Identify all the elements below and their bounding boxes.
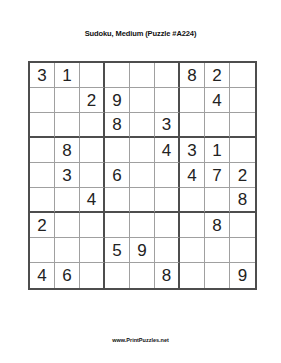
sudoku-cell-r6c4 [105, 188, 130, 213]
sudoku-cell-r3c9 [230, 113, 255, 138]
sudoku-cell-r5c4: 6 [105, 163, 130, 188]
sudoku-cell-r2c9 [230, 88, 255, 113]
sudoku-cell-r8c2 [55, 238, 80, 263]
sudoku-cell-r5c1 [30, 163, 55, 188]
sudoku-cell-r6c3: 4 [80, 188, 105, 213]
sudoku-cell-r1c5 [130, 63, 155, 88]
sudoku-cell-r8c4: 5 [105, 238, 130, 263]
sudoku-cell-r5c7: 4 [180, 163, 205, 188]
sudoku-cell-r2c8: 4 [205, 88, 230, 113]
sudoku-cell-r1c9 [230, 63, 255, 88]
sudoku-cell-r4c7: 3 [180, 138, 205, 163]
sudoku-cell-r9c7 [180, 263, 205, 288]
sudoku-cell-r9c8 [205, 263, 230, 288]
sudoku-cell-r3c4: 8 [105, 113, 130, 138]
sudoku-cell-r2c3: 2 [80, 88, 105, 113]
sudoku-cell-r6c9: 8 [230, 188, 255, 213]
sudoku-cell-r5c8: 7 [205, 163, 230, 188]
sudoku-cell-r4c6: 4 [155, 138, 180, 163]
sudoku-board: 3182294838431364724828594689 [28, 61, 257, 290]
sudoku-cell-r9c3 [80, 263, 105, 288]
sudoku-cell-r6c8 [205, 188, 230, 213]
page-title: Sudoku, Medium (Puzzle #A224) [0, 29, 281, 38]
sudoku-cell-r5c3 [80, 163, 105, 188]
sudoku-cell-r8c8 [205, 238, 230, 263]
sudoku-cell-r9c4 [105, 263, 130, 288]
sudoku-cell-r6c6 [155, 188, 180, 213]
sudoku-cell-r2c6 [155, 88, 180, 113]
sudoku-cell-r2c7 [180, 88, 205, 113]
sudoku-cell-r7c4 [105, 213, 130, 238]
sudoku-cell-r9c1: 4 [30, 263, 55, 288]
sudoku-cell-r4c2: 8 [55, 138, 80, 163]
sudoku-cell-r8c9 [230, 238, 255, 263]
sudoku-cell-r4c1 [30, 138, 55, 163]
sudoku-cell-r7c6 [155, 213, 180, 238]
sudoku-cell-r7c9 [230, 213, 255, 238]
sudoku-cell-r4c5 [130, 138, 155, 163]
sudoku-cell-r7c1: 2 [30, 213, 55, 238]
sudoku-cell-r5c5 [130, 163, 155, 188]
sudoku-cell-r1c6 [155, 63, 180, 88]
sudoku-cell-r1c4 [105, 63, 130, 88]
sudoku-cell-r7c5 [130, 213, 155, 238]
sudoku-cell-r5c9: 2 [230, 163, 255, 188]
page: Sudoku, Medium (Puzzle #A224) 3182294838… [0, 0, 281, 363]
sudoku-cell-r3c1 [30, 113, 55, 138]
sudoku-cell-r3c7 [180, 113, 205, 138]
footer-url: www.PrintPuzzles.net [0, 337, 281, 343]
sudoku-cell-r6c5 [130, 188, 155, 213]
sudoku-cell-r6c2 [55, 188, 80, 213]
sudoku-cell-r8c6 [155, 238, 180, 263]
sudoku-cell-r9c2: 6 [55, 263, 80, 288]
sudoku-cell-r6c1 [30, 188, 55, 213]
sudoku-cell-r1c3 [80, 63, 105, 88]
sudoku-cell-r3c2 [55, 113, 80, 138]
sudoku-cell-r3c3 [80, 113, 105, 138]
sudoku-cell-r3c5 [130, 113, 155, 138]
sudoku-cell-r8c7 [180, 238, 205, 263]
sudoku-cell-r3c6: 3 [155, 113, 180, 138]
sudoku-cell-r2c4: 9 [105, 88, 130, 113]
sudoku-cell-r7c7 [180, 213, 205, 238]
sudoku-cell-r5c6 [155, 163, 180, 188]
sudoku-cell-r1c7: 8 [180, 63, 205, 88]
sudoku-cell-r7c2 [55, 213, 80, 238]
sudoku-cell-r5c2: 3 [55, 163, 80, 188]
sudoku-cell-r1c1: 3 [30, 63, 55, 88]
sudoku-cell-r2c2 [55, 88, 80, 113]
sudoku-cell-r1c8: 2 [205, 63, 230, 88]
sudoku-cell-r3c8 [205, 113, 230, 138]
sudoku-cell-r8c5: 9 [130, 238, 155, 263]
sudoku-cell-r9c9: 9 [230, 263, 255, 288]
sudoku-cell-r4c3 [80, 138, 105, 163]
sudoku-cell-r8c3 [80, 238, 105, 263]
sudoku-cell-r7c8: 8 [205, 213, 230, 238]
sudoku-cell-r2c1 [30, 88, 55, 113]
sudoku-cell-r4c9 [230, 138, 255, 163]
sudoku-cell-r7c3 [80, 213, 105, 238]
sudoku-cell-r4c4 [105, 138, 130, 163]
sudoku-cell-r9c6: 8 [155, 263, 180, 288]
sudoku-cell-r4c8: 1 [205, 138, 230, 163]
sudoku-cell-r9c5 [130, 263, 155, 288]
sudoku-cell-r2c5 [130, 88, 155, 113]
sudoku-cell-r8c1 [30, 238, 55, 263]
sudoku-cell-r1c2: 1 [55, 63, 80, 88]
sudoku-cell-r6c7 [180, 188, 205, 213]
